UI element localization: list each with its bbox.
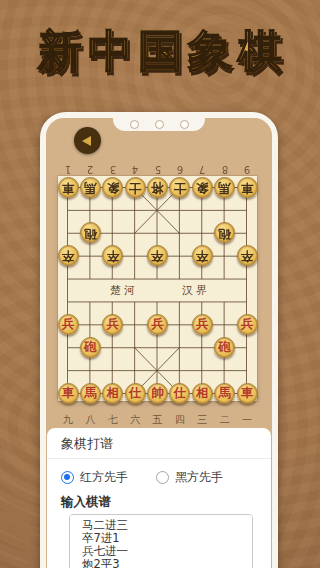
camera-dot-icon — [155, 120, 164, 129]
piece-black-r0-c6[interactable]: 象 — [192, 177, 213, 198]
piece-red-r7-c1[interactable]: 砲 — [80, 337, 101, 358]
piece-red-r6-c8[interactable]: 兵 — [237, 314, 258, 335]
radio-red-first-label: 红方先手 — [80, 469, 128, 486]
piece-red-r9-c4[interactable]: 帥 — [147, 383, 168, 404]
piece-black-r0-c8[interactable]: 車 — [237, 177, 258, 198]
back-arrow-icon — [82, 136, 91, 146]
piece-black-r3-c6[interactable]: 卒 — [192, 245, 213, 266]
app-background: { "game": "xiangqi", "position": { "fen"… — [0, 0, 320, 568]
piece-black-r0-c2[interactable]: 象 — [102, 177, 123, 198]
piece-red-r9-c5[interactable]: 仕 — [169, 383, 190, 404]
piece-red-r6-c4[interactable]: 兵 — [147, 314, 168, 335]
piece-black-r3-c8[interactable]: 卒 — [237, 245, 258, 266]
piece-black-r0-c1[interactable]: 馬 — [80, 177, 101, 198]
piece-red-r9-c8[interactable]: 車 — [237, 383, 258, 404]
radio-red-first[interactable]: 红方先手 — [61, 469, 128, 486]
piece-red-r7-c7[interactable]: 砲 — [214, 337, 235, 358]
piece-black-r3-c0[interactable]: 卒 — [58, 245, 79, 266]
piece-red-r9-c0[interactable]: 車 — [58, 383, 79, 404]
notation-panel: 象棋打谱 红方先手 黑方先手 输入棋谱 — [47, 428, 271, 568]
piece-black-r0-c4[interactable]: 将 — [147, 177, 168, 198]
app-title: 新中国象棋 — [0, 22, 320, 81]
pieces-layer: 車馬象士将士象馬車砲砲卒卒卒卒卒兵兵兵兵兵砲砲車馬相仕帥仕相馬車 — [46, 118, 272, 438]
piece-black-r0-c0[interactable]: 車 — [58, 177, 79, 198]
radio-unselected-icon — [156, 471, 169, 484]
moves-textarea[interactable] — [69, 514, 253, 568]
radio-black-first-label: 黑方先手 — [175, 469, 223, 486]
phone-screen: 123456789 楚河 汉界 車馬象士将士象馬車砲砲卒卒卒卒卒兵兵兵兵兵砲砲車… — [46, 118, 272, 568]
piece-red-r9-c7[interactable]: 馬 — [214, 383, 235, 404]
piece-black-r0-c5[interactable]: 士 — [169, 177, 190, 198]
piece-black-r2-c7[interactable]: 砲 — [214, 222, 235, 243]
piece-black-r3-c4[interactable]: 卒 — [147, 245, 168, 266]
piece-red-r6-c6[interactable]: 兵 — [192, 314, 213, 335]
piece-black-r0-c7[interactable]: 馬 — [214, 177, 235, 198]
radio-selected-icon — [61, 471, 74, 484]
first-move-radio-group: 红方先手 黑方先手 — [47, 459, 271, 486]
back-button[interactable] — [74, 127, 101, 154]
piece-red-r6-c2[interactable]: 兵 — [102, 314, 123, 335]
piece-red-r6-c0[interactable]: 兵 — [58, 314, 79, 335]
camera-dot-icon — [180, 120, 189, 129]
phone-notch — [113, 118, 205, 131]
piece-red-r9-c3[interactable]: 仕 — [125, 383, 146, 404]
camera-dot-icon — [130, 120, 139, 129]
radio-black-first[interactable]: 黑方先手 — [156, 469, 223, 486]
piece-red-r9-c1[interactable]: 馬 — [80, 383, 101, 404]
piece-red-r9-c2[interactable]: 相 — [102, 383, 123, 404]
moves-input-label: 输入棋谱 — [61, 494, 257, 509]
panel-title: 象棋打谱 — [47, 428, 271, 459]
piece-black-r3-c2[interactable]: 卒 — [102, 245, 123, 266]
piece-red-r9-c6[interactable]: 相 — [192, 383, 213, 404]
piece-black-r2-c1[interactable]: 砲 — [80, 222, 101, 243]
piece-black-r0-c3[interactable]: 士 — [125, 177, 146, 198]
phone-frame: 123456789 楚河 汉界 車馬象士将士象馬車砲砲卒卒卒卒卒兵兵兵兵兵砲砲車… — [40, 112, 278, 568]
